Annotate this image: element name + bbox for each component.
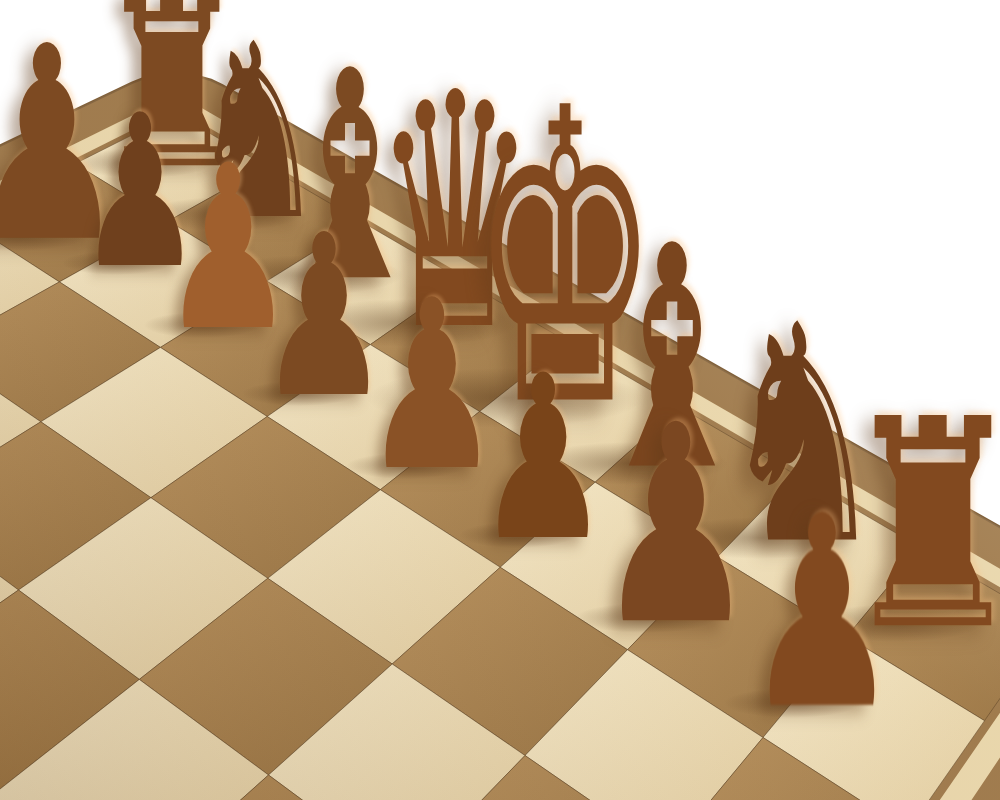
piece-dark-pawn-h7[interactable]: ♟ (744, 482, 900, 746)
chess-set-product-photo: chess ♜♞♟♟♝♛♟♟♚♝♟♟♞♟♜♟ (0, 0, 1000, 800)
piece-dark-pawn-g7[interactable]: ♟ (595, 389, 757, 662)
piece-dark-pawn-f7[interactable]: ♟ (476, 345, 610, 572)
